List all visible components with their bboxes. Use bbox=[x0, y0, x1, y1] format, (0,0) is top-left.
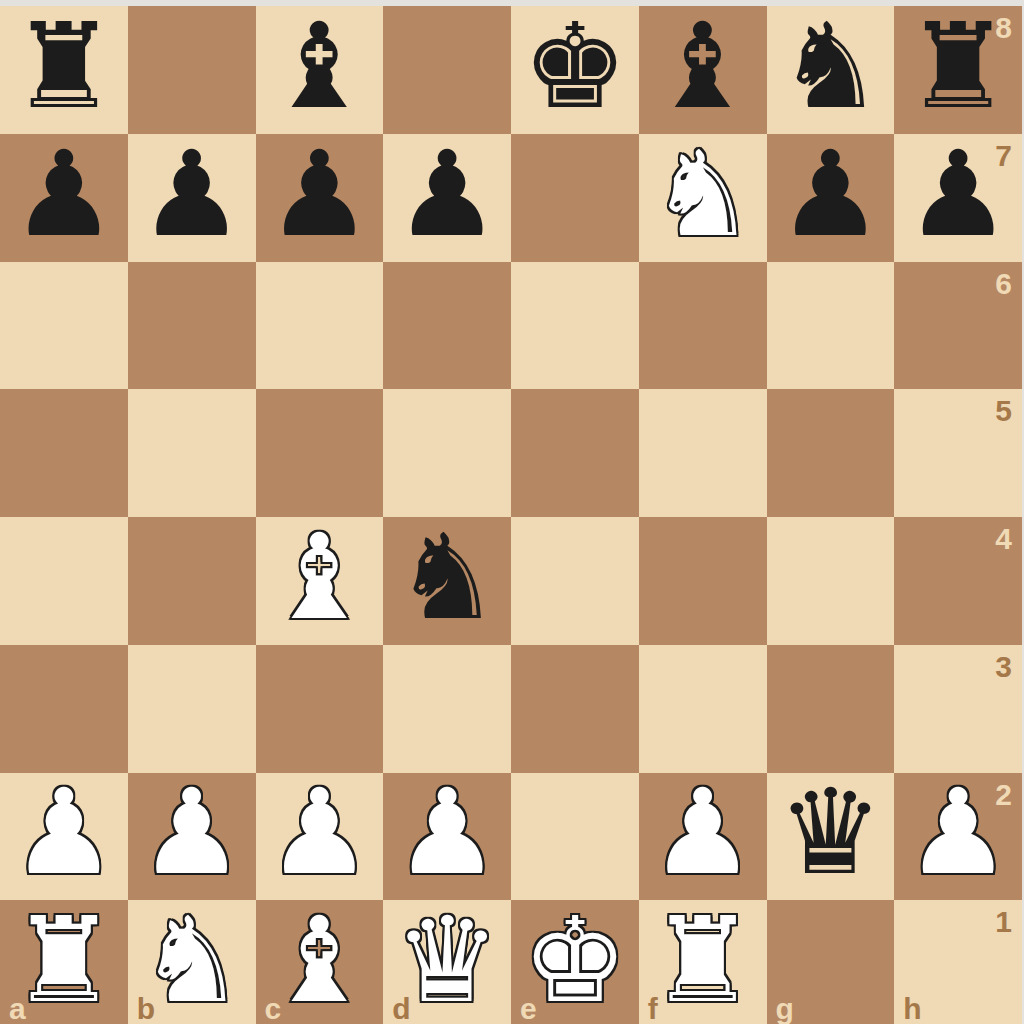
piece-black-pawn[interactable]: ♟ bbox=[11, 135, 117, 253]
square-d3[interactable] bbox=[383, 645, 511, 773]
square-a6[interactable] bbox=[0, 262, 128, 390]
square-a8[interactable]: ♜ bbox=[0, 6, 128, 134]
square-d7[interactable]: ♟ bbox=[383, 134, 511, 262]
file-label: e bbox=[520, 994, 537, 1024]
square-b2[interactable]: ♟ bbox=[128, 773, 256, 901]
square-e7[interactable] bbox=[511, 134, 639, 262]
piece-white-king[interactable]: ♚ bbox=[522, 901, 628, 1019]
rank-label: 6 bbox=[995, 269, 1012, 299]
piece-black-knight[interactable]: ♞ bbox=[777, 7, 883, 125]
square-b6[interactable] bbox=[128, 262, 256, 390]
file-label: f bbox=[648, 994, 658, 1024]
square-e8[interactable]: ♚ bbox=[511, 6, 639, 134]
square-a5[interactable] bbox=[0, 389, 128, 517]
square-g4[interactable] bbox=[767, 517, 895, 645]
piece-black-king[interactable]: ♚ bbox=[522, 7, 628, 125]
square-d8[interactable] bbox=[383, 6, 511, 134]
square-e6[interactable] bbox=[511, 262, 639, 390]
square-c1[interactable]: ♝c bbox=[256, 900, 384, 1024]
square-d5[interactable] bbox=[383, 389, 511, 517]
piece-white-bishop[interactable]: ♝ bbox=[266, 518, 372, 636]
piece-black-pawn[interactable]: ♟ bbox=[777, 135, 883, 253]
square-b8[interactable] bbox=[128, 6, 256, 134]
file-label: h bbox=[903, 994, 921, 1024]
square-d6[interactable] bbox=[383, 262, 511, 390]
rank-label: 8 bbox=[995, 13, 1012, 43]
square-e5[interactable] bbox=[511, 389, 639, 517]
square-c3[interactable] bbox=[256, 645, 384, 773]
page: ♜♝♚♝♞♜8♟♟♟♟♞♟♟765♝♞43♟♟♟♟♟♛♟2♜a♞b♝c♛d♚e♜… bbox=[0, 0, 1024, 1024]
square-g2[interactable]: ♛ bbox=[767, 773, 895, 901]
square-h4[interactable]: 4 bbox=[894, 517, 1022, 645]
rank-label: 4 bbox=[995, 524, 1012, 554]
piece-black-bishop[interactable]: ♝ bbox=[266, 7, 372, 125]
square-h7[interactable]: ♟7 bbox=[894, 134, 1022, 262]
chess-board: ♜♝♚♝♞♜8♟♟♟♟♞♟♟765♝♞43♟♟♟♟♟♛♟2♜a♞b♝c♛d♚e♜… bbox=[0, 6, 1022, 1024]
piece-white-rook[interactable]: ♜ bbox=[11, 901, 117, 1019]
piece-white-pawn[interactable]: ♟ bbox=[11, 773, 117, 891]
square-f5[interactable] bbox=[639, 389, 767, 517]
square-b4[interactable] bbox=[128, 517, 256, 645]
square-b7[interactable]: ♟ bbox=[128, 134, 256, 262]
square-h6[interactable]: 6 bbox=[894, 262, 1022, 390]
piece-white-knight[interactable]: ♞ bbox=[650, 135, 756, 253]
square-d2[interactable]: ♟ bbox=[383, 773, 511, 901]
square-c5[interactable] bbox=[256, 389, 384, 517]
square-e3[interactable] bbox=[511, 645, 639, 773]
square-f1[interactable]: ♜f bbox=[639, 900, 767, 1024]
square-h3[interactable]: 3 bbox=[894, 645, 1022, 773]
square-f2[interactable]: ♟ bbox=[639, 773, 767, 901]
square-b3[interactable] bbox=[128, 645, 256, 773]
piece-black-queen[interactable]: ♛ bbox=[777, 773, 883, 891]
file-label: a bbox=[9, 994, 26, 1024]
square-g1[interactable]: g bbox=[767, 900, 895, 1024]
square-g7[interactable]: ♟ bbox=[767, 134, 895, 262]
piece-white-pawn[interactable]: ♟ bbox=[394, 773, 500, 891]
file-label: c bbox=[265, 994, 282, 1024]
square-c6[interactable] bbox=[256, 262, 384, 390]
square-b1[interactable]: ♞b bbox=[128, 900, 256, 1024]
piece-white-bishop[interactable]: ♝ bbox=[266, 901, 372, 1019]
square-f6[interactable] bbox=[639, 262, 767, 390]
square-h2[interactable]: ♟2 bbox=[894, 773, 1022, 901]
piece-white-rook[interactable]: ♜ bbox=[650, 901, 756, 1019]
file-label: b bbox=[137, 994, 155, 1024]
square-b5[interactable] bbox=[128, 389, 256, 517]
rank-label: 2 bbox=[995, 780, 1012, 810]
square-d4[interactable]: ♞ bbox=[383, 517, 511, 645]
square-g6[interactable] bbox=[767, 262, 895, 390]
rank-label: 3 bbox=[995, 652, 1012, 682]
square-f7[interactable]: ♞ bbox=[639, 134, 767, 262]
square-e4[interactable] bbox=[511, 517, 639, 645]
square-f3[interactable] bbox=[639, 645, 767, 773]
rank-label: 7 bbox=[995, 141, 1012, 171]
square-a1[interactable]: ♜a bbox=[0, 900, 128, 1024]
square-e2[interactable] bbox=[511, 773, 639, 901]
square-h5[interactable]: 5 bbox=[894, 389, 1022, 517]
file-label: g bbox=[776, 994, 794, 1024]
square-g8[interactable]: ♞ bbox=[767, 6, 895, 134]
square-a3[interactable] bbox=[0, 645, 128, 773]
piece-black-bishop[interactable]: ♝ bbox=[650, 7, 756, 125]
piece-black-pawn[interactable]: ♟ bbox=[139, 135, 245, 253]
square-d1[interactable]: ♛d bbox=[383, 900, 511, 1024]
piece-black-rook[interactable]: ♜ bbox=[11, 7, 117, 125]
rank-label: 5 bbox=[995, 396, 1012, 426]
square-f4[interactable] bbox=[639, 517, 767, 645]
rank-label: 1 bbox=[995, 907, 1012, 937]
square-a4[interactable] bbox=[0, 517, 128, 645]
square-e1[interactable]: ♚e bbox=[511, 900, 639, 1024]
square-a7[interactable]: ♟ bbox=[0, 134, 128, 262]
square-c4[interactable]: ♝ bbox=[256, 517, 384, 645]
square-c2[interactable]: ♟ bbox=[256, 773, 384, 901]
square-h8[interactable]: ♜8 bbox=[894, 6, 1022, 134]
piece-black-knight[interactable]: ♞ bbox=[394, 518, 500, 636]
square-g3[interactable] bbox=[767, 645, 895, 773]
square-c7[interactable]: ♟ bbox=[256, 134, 384, 262]
square-g5[interactable] bbox=[767, 389, 895, 517]
piece-black-pawn[interactable]: ♟ bbox=[266, 135, 372, 253]
piece-white-pawn[interactable]: ♟ bbox=[266, 773, 372, 891]
piece-white-pawn[interactable]: ♟ bbox=[139, 773, 245, 891]
file-label: d bbox=[392, 994, 410, 1024]
square-h1[interactable]: 1h bbox=[894, 900, 1022, 1024]
square-a2[interactable]: ♟ bbox=[0, 773, 128, 901]
piece-black-pawn[interactable]: ♟ bbox=[394, 135, 500, 253]
square-f8[interactable]: ♝ bbox=[639, 6, 767, 134]
square-c8[interactable]: ♝ bbox=[256, 6, 384, 134]
piece-white-pawn[interactable]: ♟ bbox=[650, 773, 756, 891]
